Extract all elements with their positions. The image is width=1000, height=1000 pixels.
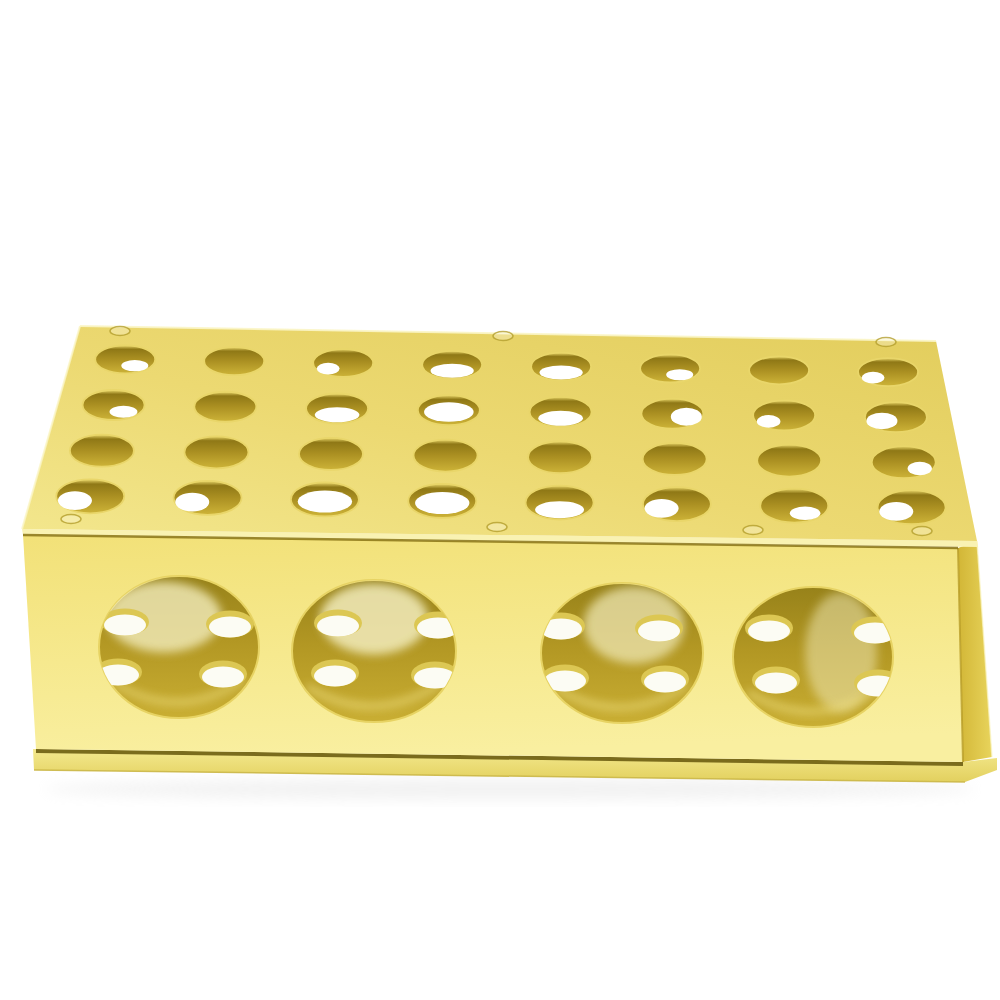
drain-hole — [644, 672, 686, 693]
top-hole-see-through — [866, 413, 897, 430]
top-hole — [530, 397, 592, 427]
top-hole-see-through — [317, 363, 340, 375]
screw-mark — [487, 523, 507, 532]
top-hole-see-through — [879, 502, 913, 521]
top-hole — [313, 349, 373, 377]
top-hole-opening — [749, 356, 809, 384]
top-hole-opening — [70, 435, 134, 467]
top-hole — [194, 392, 256, 422]
product-photo-test-tube-rack — [0, 0, 1000, 1000]
top-hole-see-through — [535, 501, 584, 518]
top-hole — [299, 438, 363, 470]
top-hole-see-through — [645, 499, 679, 518]
top-hole-see-through — [58, 491, 92, 510]
top-hole-see-through — [862, 372, 885, 384]
drain-hole — [638, 621, 680, 642]
screw-mark — [61, 515, 81, 524]
top-hole-see-through — [424, 402, 474, 422]
top-hole-opening — [194, 392, 256, 422]
top-hole — [418, 395, 480, 425]
top-hole — [184, 436, 248, 468]
top-hole — [408, 484, 476, 518]
top-hole-opening — [204, 347, 264, 375]
gold-test-tube-rack — [0, 0, 1000, 1000]
screw-mark — [743, 526, 763, 535]
top-hole-see-through — [757, 415, 781, 428]
top-hole-see-through — [540, 366, 583, 380]
top-hole-opening — [528, 441, 592, 473]
top-hole-opening — [643, 443, 707, 475]
top-hole-see-through — [538, 411, 583, 426]
screw-mark — [110, 327, 130, 336]
rack-top-face — [22, 326, 977, 541]
top-hole — [414, 440, 478, 472]
top-hole — [749, 356, 809, 384]
top-hole-opening — [184, 436, 248, 468]
top-hole-opening — [757, 445, 821, 477]
top-hole — [753, 400, 815, 430]
top-hole — [526, 486, 594, 520]
top-hole — [528, 441, 592, 473]
top-hole — [291, 482, 359, 516]
top-hole — [306, 393, 368, 423]
screw-mark — [876, 338, 896, 347]
drain-hole — [104, 615, 146, 636]
top-hole — [640, 354, 700, 382]
top-hole — [878, 490, 946, 524]
top-hole — [858, 358, 918, 386]
top-hole — [643, 487, 711, 521]
drain-hole — [317, 616, 359, 637]
top-hole-see-through — [415, 492, 469, 514]
screw-mark — [493, 332, 513, 341]
top-hole-see-through — [298, 490, 352, 512]
top-hole — [865, 402, 927, 432]
top-hole-see-through — [666, 369, 693, 380]
top-hole — [204, 347, 264, 375]
top-hole — [643, 443, 707, 475]
drain-hole — [755, 673, 797, 694]
drain-hole — [314, 666, 356, 687]
ground-shadow — [45, 779, 975, 799]
top-hole — [641, 399, 703, 429]
top-hole — [174, 481, 242, 515]
top-hole-see-through — [908, 462, 932, 475]
top-hole — [760, 489, 828, 523]
top-hole-opening — [414, 440, 478, 472]
top-hole — [422, 351, 482, 379]
top-hole-see-through — [315, 407, 360, 422]
drain-hole — [209, 617, 251, 638]
top-hole — [872, 446, 936, 478]
top-hole-see-through — [671, 408, 702, 426]
top-hole-see-through — [790, 507, 821, 521]
top-hole — [95, 345, 155, 373]
top-hole — [70, 435, 134, 467]
top-hole-see-through — [110, 406, 138, 418]
top-hole — [83, 390, 145, 420]
screw-mark — [912, 527, 932, 536]
top-hole — [531, 353, 591, 381]
top-hole-see-through — [175, 493, 209, 512]
top-hole — [757, 445, 821, 477]
top-hole-see-through — [431, 364, 474, 378]
drain-hole — [748, 621, 790, 642]
top-hole-see-through — [121, 360, 148, 371]
drain-hole — [202, 667, 244, 688]
top-hole — [56, 479, 124, 513]
top-hole-opening — [299, 438, 363, 470]
